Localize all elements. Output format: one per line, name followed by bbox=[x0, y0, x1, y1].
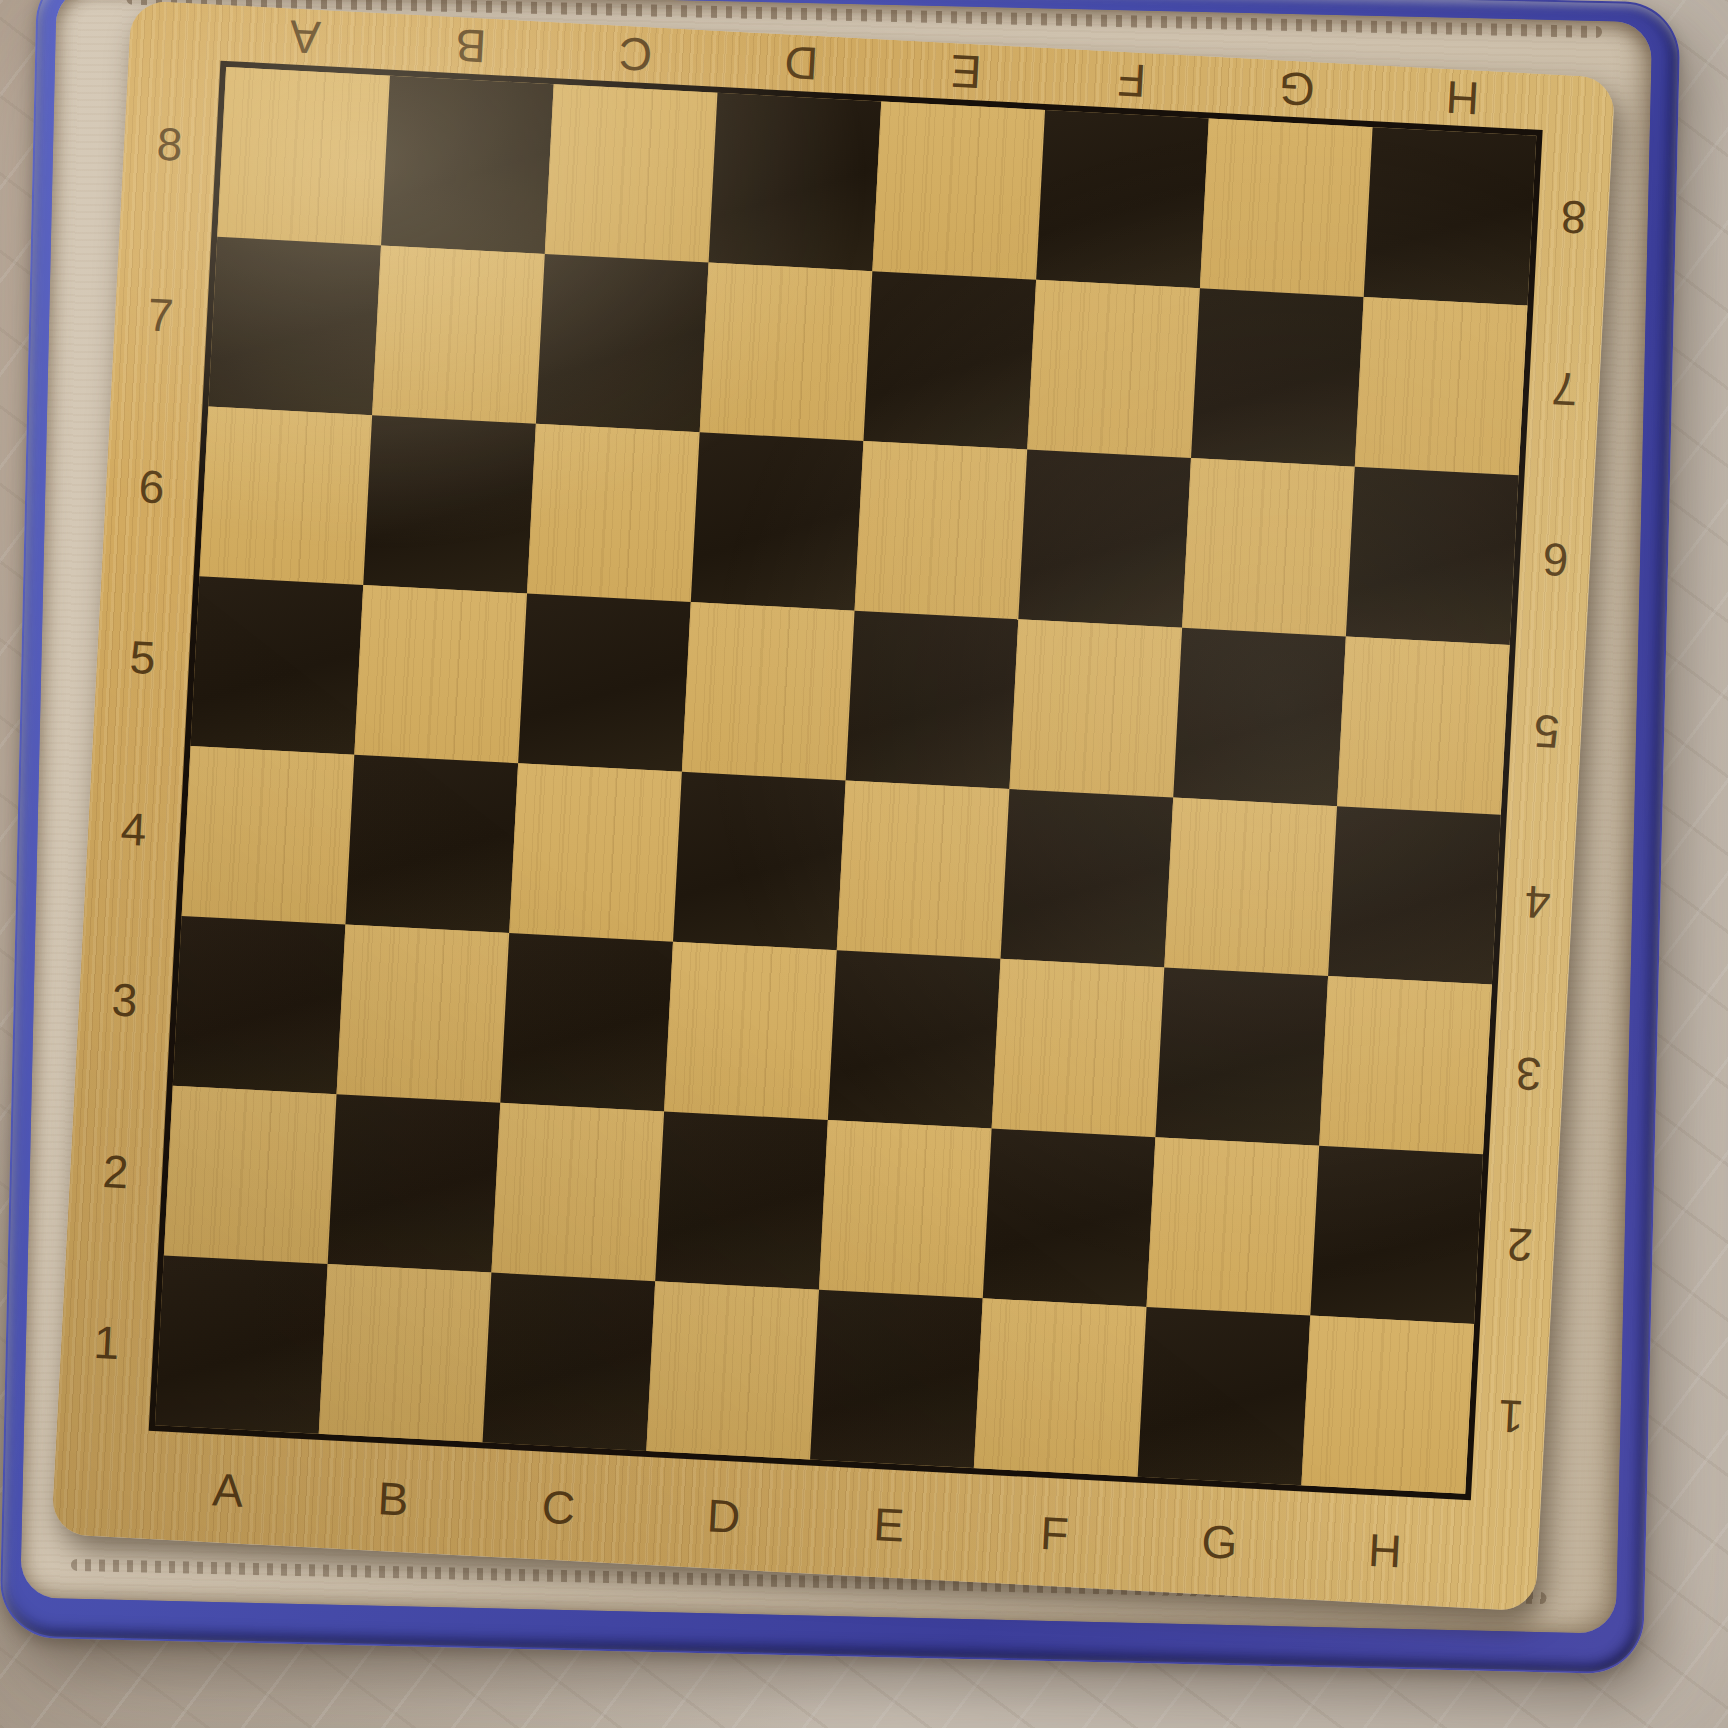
square-h4[interactable] bbox=[1328, 806, 1501, 984]
square-c1[interactable] bbox=[483, 1273, 656, 1451]
square-b1[interactable] bbox=[319, 1264, 492, 1442]
square-f6[interactable] bbox=[1018, 450, 1191, 628]
rank-label-left-4: 4 bbox=[84, 741, 185, 917]
file-label-bottom-e: E bbox=[804, 1477, 974, 1582]
square-a4[interactable] bbox=[182, 746, 355, 924]
square-f1[interactable] bbox=[974, 1298, 1147, 1476]
square-g8[interactable] bbox=[1200, 119, 1373, 297]
square-d4[interactable] bbox=[673, 772, 846, 950]
square-g2[interactable] bbox=[1147, 1137, 1320, 1315]
square-e7[interactable] bbox=[863, 271, 1036, 449]
square-a1[interactable] bbox=[155, 1255, 328, 1433]
square-c8[interactable] bbox=[545, 84, 718, 262]
square-e1[interactable] bbox=[810, 1290, 983, 1468]
square-d3[interactable] bbox=[664, 942, 837, 1120]
square-c5[interactable] bbox=[518, 594, 691, 772]
board-grid bbox=[149, 61, 1543, 1500]
square-b5[interactable] bbox=[354, 585, 527, 763]
square-e5[interactable] bbox=[846, 611, 1019, 789]
file-label-top-d: D bbox=[716, 31, 884, 96]
square-a2[interactable] bbox=[164, 1086, 337, 1264]
square-e3[interactable] bbox=[828, 950, 1001, 1128]
rank-label-right-6: 6 bbox=[1516, 473, 1595, 648]
rank-label-right-5: 5 bbox=[1507, 644, 1586, 819]
square-g7[interactable] bbox=[1191, 288, 1364, 466]
square-g4[interactable] bbox=[1164, 798, 1337, 976]
square-d6[interactable] bbox=[691, 432, 864, 610]
file-label-bottom-a: A bbox=[143, 1443, 313, 1548]
rank-label-left-1: 1 bbox=[57, 1255, 158, 1431]
file-label-bottom-f: F bbox=[969, 1486, 1139, 1591]
file-label-top-h: H bbox=[1377, 65, 1545, 130]
square-f8[interactable] bbox=[1036, 110, 1209, 288]
square-g1[interactable] bbox=[1138, 1307, 1311, 1485]
file-label-top-a: A bbox=[220, 5, 388, 70]
square-f7[interactable] bbox=[1027, 280, 1200, 458]
file-label-top-e: E bbox=[882, 39, 1050, 104]
cardboard-liner: ABCDEFGH ABCDEFGH 87654321 87654321 bbox=[20, 0, 1652, 1634]
square-c4[interactable] bbox=[509, 763, 682, 941]
file-label-bottom-b: B bbox=[308, 1452, 478, 1557]
file-label-top-g: G bbox=[1212, 57, 1380, 122]
square-a6[interactable] bbox=[199, 407, 372, 585]
square-f4[interactable] bbox=[1001, 789, 1174, 967]
rank-label-left-2: 2 bbox=[66, 1084, 167, 1260]
square-f3[interactable] bbox=[992, 959, 1165, 1137]
square-g6[interactable] bbox=[1182, 458, 1355, 636]
square-f2[interactable] bbox=[983, 1129, 1156, 1307]
square-e8[interactable] bbox=[872, 101, 1045, 279]
square-d7[interactable] bbox=[700, 263, 873, 441]
square-a7[interactable] bbox=[208, 237, 381, 415]
square-g3[interactable] bbox=[1155, 967, 1328, 1145]
rank-label-right-7: 7 bbox=[1525, 301, 1604, 476]
square-h1[interactable] bbox=[1301, 1316, 1474, 1494]
square-g5[interactable] bbox=[1173, 628, 1346, 806]
rank-label-left-6: 6 bbox=[102, 398, 203, 574]
square-d2[interactable] bbox=[655, 1111, 828, 1289]
square-h5[interactable] bbox=[1337, 636, 1510, 814]
square-a5[interactable] bbox=[191, 576, 364, 754]
rank-label-right-2: 2 bbox=[1480, 1158, 1559, 1333]
square-f5[interactable] bbox=[1009, 619, 1182, 797]
square-b6[interactable] bbox=[363, 415, 536, 593]
square-c7[interactable] bbox=[536, 254, 709, 432]
square-h3[interactable] bbox=[1319, 976, 1492, 1154]
file-label-bottom-h: H bbox=[1300, 1503, 1470, 1608]
square-a3[interactable] bbox=[173, 916, 346, 1094]
square-d8[interactable] bbox=[709, 93, 882, 271]
file-label-bottom-c: C bbox=[474, 1460, 644, 1565]
square-h6[interactable] bbox=[1346, 467, 1519, 645]
chess-board: ABCDEFGH ABCDEFGH 87654321 87654321 bbox=[51, 0, 1615, 1612]
file-label-bottom-g: G bbox=[1135, 1495, 1305, 1600]
square-h2[interactable] bbox=[1310, 1146, 1483, 1324]
rank-label-left-7: 7 bbox=[111, 227, 212, 403]
square-b2[interactable] bbox=[328, 1094, 501, 1272]
blue-tin-box: ABCDEFGH ABCDEFGH 87654321 87654321 bbox=[0, 0, 1681, 1674]
square-d1[interactable] bbox=[646, 1281, 819, 1459]
square-d5[interactable] bbox=[682, 602, 855, 780]
file-label-bottom-d: D bbox=[639, 1469, 809, 1574]
file-label-top-f: F bbox=[1047, 48, 1215, 113]
rank-label-left-3: 3 bbox=[75, 912, 176, 1088]
rank-label-left-8: 8 bbox=[120, 56, 221, 232]
square-e2[interactable] bbox=[819, 1120, 992, 1298]
rank-label-right-1: 1 bbox=[1471, 1329, 1550, 1504]
square-c2[interactable] bbox=[491, 1103, 664, 1281]
square-c6[interactable] bbox=[527, 424, 700, 602]
square-b8[interactable] bbox=[381, 76, 554, 254]
file-label-top-b: B bbox=[386, 13, 554, 78]
square-e6[interactable] bbox=[855, 441, 1028, 619]
square-a8[interactable] bbox=[217, 67, 390, 245]
rank-label-left-5: 5 bbox=[93, 570, 194, 746]
rank-label-right-3: 3 bbox=[1489, 986, 1568, 1161]
square-e4[interactable] bbox=[837, 780, 1010, 958]
file-label-top-c: C bbox=[551, 22, 719, 87]
square-h8[interactable] bbox=[1364, 127, 1537, 305]
rank-label-right-4: 4 bbox=[1498, 815, 1577, 990]
square-b3[interactable] bbox=[337, 924, 510, 1102]
square-b4[interactable] bbox=[345, 755, 518, 933]
square-b7[interactable] bbox=[372, 245, 545, 423]
square-h7[interactable] bbox=[1355, 297, 1528, 475]
square-c3[interactable] bbox=[500, 933, 673, 1111]
rank-label-right-8: 8 bbox=[1534, 130, 1613, 305]
photo-scene: ABCDEFGH ABCDEFGH 87654321 87654321 bbox=[0, 0, 1728, 1728]
